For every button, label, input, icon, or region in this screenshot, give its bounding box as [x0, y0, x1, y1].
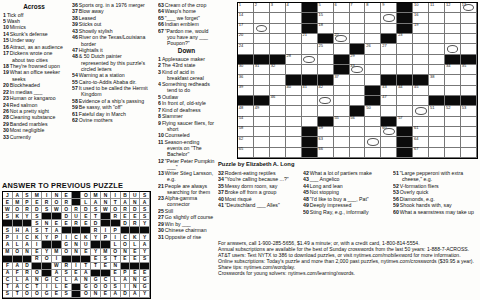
- answer-letter-cell-r5c10: D: [91, 220, 101, 227]
- grid-cell-r5c9[interactable]: 26: [365, 44, 381, 54]
- grid-cell-r3c15[interactable]: [461, 24, 477, 34]
- grid-cell-r5c5[interactable]: [302, 44, 318, 54]
- grid-cell-r2c10[interactable]: [381, 13, 397, 23]
- grid-cell-r1c4[interactable]: 4: [286, 3, 302, 13]
- grid-cell-r11c12[interactable]: [413, 106, 429, 116]
- grid-cell-r6c5[interactable]: [302, 55, 318, 65]
- grid-cell-r14c4[interactable]: [286, 137, 302, 147]
- grid-cell-r2c9[interactable]: [365, 13, 381, 23]
- grid-cell-r13c3[interactable]: [270, 127, 286, 137]
- clue-column-across-down: 63Cream of the crop64Wasp's home65"___ w…: [158, 2, 215, 299]
- grid-cell-r13c13[interactable]: [429, 127, 445, 137]
- answer-black-cell-r5c3: [23, 220, 33, 227]
- answer-letter-cell-r6c5: T: [42, 227, 52, 234]
- cell-number-64: 64: [414, 137, 418, 142]
- answer-letter-cell-r4c10: T: [91, 213, 101, 220]
- grid-cell-r7c6[interactable]: [318, 65, 334, 75]
- grid-cell-r12c8[interactable]: 56: [350, 117, 366, 127]
- grid-cell-r11c2[interactable]: 49: [254, 106, 270, 116]
- grid-cell-r11c5[interactable]: [302, 106, 318, 116]
- crossword-grid[interactable]: 1234567891011121314151617181920212223242…: [237, 2, 478, 159]
- grid-cell-r9c5[interactable]: 41: [302, 86, 318, 96]
- answer-letter-cell-r14c12: S: [111, 284, 121, 291]
- grid-cell-r10c6[interactable]: [318, 96, 334, 106]
- grid-cell-r4c15[interactable]: [461, 34, 477, 44]
- answer-letter-cell-r7c3: C: [23, 234, 33, 241]
- cell-number-31: 31: [255, 64, 259, 69]
- cell-number-5: 5: [318, 3, 320, 8]
- answer-letter-cell-r1c1: J: [3, 192, 13, 199]
- clue-20: 20Blockheaded: [3, 82, 65, 88]
- fine-print-block: For answers, call 1-900-285-5656, $1.49 …: [218, 240, 479, 276]
- answer-letter-cell-r8c9: U: [81, 241, 91, 248]
- cell-number-52: 52: [446, 106, 450, 111]
- clue-5: 5Outlaw: [158, 94, 215, 100]
- grid-cell-r10c7[interactable]: [334, 96, 350, 106]
- cell-number-4: 4: [287, 3, 289, 8]
- grid-cell-r1c15[interactable]: 13: [461, 3, 477, 13]
- grid-cell-r4c11[interactable]: 23: [397, 34, 413, 44]
- answer-letter-cell-r2c10: A: [91, 199, 101, 206]
- grid-cell-r15c6[interactable]: 66: [318, 148, 334, 158]
- grid-cell-r6c6[interactable]: [318, 55, 334, 65]
- clue-7: 7Kind of deafness: [158, 107, 215, 113]
- answer-black-cell-r4c6: [52, 213, 62, 220]
- grid-cell-r12c3[interactable]: [270, 117, 286, 127]
- answer-letter-cell-r8c3: A: [23, 241, 33, 248]
- cell-number-7: 7: [350, 3, 352, 8]
- grid-cell-r12c9[interactable]: [365, 117, 381, 127]
- answer-letter-cell-r2c6: O: [52, 199, 62, 206]
- answer-letter-cell-r1c14: U: [130, 192, 140, 199]
- answer-letter-cell-r6c12: P: [111, 227, 121, 234]
- answer-black-cell-r12c11: [101, 270, 111, 277]
- grid-cell-r3c3[interactable]: [270, 24, 286, 34]
- answer-letter-cell-r13c2: L: [13, 277, 23, 284]
- grid-cell-r12c15[interactable]: [461, 117, 477, 127]
- grid-cell-r13c2[interactable]: [254, 127, 270, 137]
- grid-cell-r11c10[interactable]: [381, 106, 397, 116]
- answer-letter-cell-r1c11: N: [101, 192, 111, 199]
- answer-letter-cell-r5c4: S: [32, 220, 42, 227]
- answer-letter-cell-r14c1: T: [3, 284, 13, 291]
- grid-cell-r2c4[interactable]: [286, 13, 302, 23]
- cell-number-51: 51: [430, 106, 434, 111]
- black-cell-r6c7: [334, 55, 350, 65]
- cell-number-57: 57: [398, 116, 402, 121]
- answer-letter-cell-r12c1: A: [3, 270, 13, 277]
- answer-letter-cell-r12c4: O: [32, 270, 42, 277]
- clue-12: 12"Peter Peter Pumpkin ___": [158, 158, 215, 170]
- grid-cell-r13c14[interactable]: [445, 127, 461, 137]
- answer-letter-cell-r1c6: N: [52, 192, 62, 199]
- clue-column-down-2: 32Rodent-eating reptiles34"You're callin…: [218, 170, 298, 238]
- grid-cell-r14c9[interactable]: [365, 137, 381, 147]
- grid-cell-r5c2[interactable]: [254, 44, 270, 54]
- grid-cell-r14c7[interactable]: [334, 137, 350, 147]
- grid-cell-r10c4[interactable]: [286, 96, 302, 106]
- grid-cell-r2c13[interactable]: [429, 13, 445, 23]
- grid-cell-r15c3[interactable]: [270, 148, 286, 158]
- answer-letter-cell-r6c10: R: [91, 227, 101, 234]
- circled-square-marker: [383, 128, 395, 136]
- grid-cell-r11c3[interactable]: [270, 106, 286, 116]
- grid-cell-r14c10[interactable]: [381, 137, 397, 147]
- grid-cell-r9c8[interactable]: [350, 86, 366, 96]
- grid-cell-r6c12[interactable]: [413, 55, 429, 65]
- grid-cell-r9c11[interactable]: 44: [397, 86, 413, 96]
- answer-black-cell-r10c3: [23, 256, 33, 263]
- grid-cell-r8c15[interactable]: [461, 75, 477, 85]
- answer-letter-cell-r7c14: K: [130, 234, 140, 241]
- cell-number-8: 8: [366, 3, 368, 8]
- grid-cell-r7c10[interactable]: [381, 65, 397, 75]
- grid-cell-r15c12[interactable]: 67: [413, 148, 429, 158]
- grid-cell-r11c9[interactable]: 50: [365, 106, 381, 116]
- answer-letter-cell-r14c4: T: [32, 284, 42, 291]
- grid-cell-r6c10[interactable]: [381, 55, 397, 65]
- grid-cell-r7c14[interactable]: 34: [445, 65, 461, 75]
- grid-cell-r1c14[interactable]: 12: [445, 3, 461, 13]
- grid-cell-r9c7[interactable]: [334, 86, 350, 96]
- clue-column-down-3: 42What a lot of partiers make43___ Angel…: [303, 170, 389, 238]
- answer-letter-cell-r4c4: S: [32, 213, 42, 220]
- grid-cell-r13c4[interactable]: [286, 127, 302, 137]
- grid-cell-r11c4[interactable]: [286, 106, 302, 116]
- answer-letter-cell-r8c15: A: [140, 241, 150, 248]
- grid-cell-r3c2[interactable]: [254, 24, 270, 34]
- answer-black-cell-r10c9: [81, 256, 91, 263]
- grid-cell-r4c8[interactable]: [350, 34, 366, 44]
- answer-black-cell-r10c7: [62, 256, 72, 263]
- grid-cell-r5c15[interactable]: [461, 44, 477, 54]
- clue-28: 28Cleaning substance: [3, 114, 65, 120]
- answer-letter-cell-r15c5: G: [42, 291, 52, 298]
- grid-cell-r8c3[interactable]: [270, 75, 286, 85]
- answer-letter-cell-r12c8: E: [72, 270, 82, 277]
- black-cell-r13c5: [302, 127, 318, 137]
- grid-cell-r10c8[interactable]: [350, 96, 366, 106]
- answer-letter-cell-r7c15: Y: [140, 234, 150, 241]
- grid-cell-r2c7[interactable]: [334, 13, 350, 23]
- grid-cell-r7c11[interactable]: [397, 65, 413, 75]
- grid-cell-r9c6[interactable]: 42: [318, 86, 334, 96]
- black-cell-r15c5: [302, 148, 318, 158]
- grid-cell-r15c15[interactable]: [461, 148, 477, 158]
- grid-cell-r14c8[interactable]: [350, 137, 366, 147]
- grid-cell-r13c10[interactable]: 60: [381, 127, 397, 137]
- grid-cell-r4c5[interactable]: 21: [302, 34, 318, 44]
- answer-letter-cell-r3c2: O: [13, 206, 23, 213]
- grid-cell-r3c10[interactable]: [381, 24, 397, 34]
- answer-letter-cell-r14c6: L: [52, 284, 62, 291]
- grid-cell-r13c7[interactable]: [334, 127, 350, 137]
- grid-cell-r14c13[interactable]: [429, 137, 445, 147]
- grid-cell-r9c2[interactable]: [254, 86, 270, 96]
- answer-letter-cell-r6c4: S: [32, 227, 42, 234]
- grid-cell-r1c2[interactable]: 2: [254, 3, 270, 13]
- grid-cell-r3c8[interactable]: [350, 24, 366, 34]
- grid-cell-r9c4[interactable]: 40: [286, 86, 302, 96]
- answer-letter-cell-r7c6: P: [52, 234, 62, 241]
- grid-cell-r3c12[interactable]: 19: [413, 24, 429, 34]
- answer-letter-cell-r13c6: C: [52, 277, 62, 284]
- grid-cell-r4c3[interactable]: [270, 34, 286, 44]
- clue-9: 9Flying saucer fliers, for short: [158, 120, 215, 132]
- grid-cell-r8c8[interactable]: [350, 75, 366, 85]
- grid-cell-r10c11[interactable]: [397, 96, 413, 106]
- grid-cell-r14c3[interactable]: [270, 137, 286, 147]
- answer-black-cell-r12c5: [42, 270, 52, 277]
- circled-square-marker: [351, 66, 363, 74]
- clue-50: 50Sting Ray, e.g., informally: [303, 209, 389, 215]
- grid-cell-r1c3[interactable]: 3: [270, 3, 286, 13]
- grid-cell-r8c14[interactable]: [445, 75, 461, 85]
- clue-27: 27Go slightly off course: [158, 214, 215, 220]
- answer-letter-cell-r4c3: Y: [23, 213, 33, 220]
- clue-29: 29Banded marbles: [3, 121, 65, 127]
- answer-letter-cell-r13c13: A: [121, 277, 131, 284]
- grid-cell-r14c14[interactable]: [445, 137, 461, 147]
- clue-16: 16Attract, as an audience: [3, 44, 65, 50]
- grid-cell-r5c1[interactable]: 24: [238, 44, 254, 54]
- grid-cell-r4c14[interactable]: [445, 34, 461, 44]
- grid-cell-r10c12[interactable]: [413, 96, 429, 106]
- clue-4: 4Something redheads tend to do: [158, 81, 215, 93]
- answer-letter-cell-r13c11: C: [101, 277, 111, 284]
- cell-number-54: 54: [239, 116, 243, 121]
- grid-cell-r3c9[interactable]: [365, 24, 381, 34]
- grid-cell-r12c11[interactable]: 57: [397, 117, 413, 127]
- grid-cell-r1c7[interactable]: 6: [334, 3, 350, 13]
- cell-number-35: 35: [462, 64, 466, 69]
- grid-cell-r4c13[interactable]: [429, 34, 445, 44]
- cell-number-23: 23: [398, 33, 402, 38]
- answer-letter-cell-r12c12: E: [111, 270, 121, 277]
- answer-letter-cell-r12c3: R: [23, 270, 33, 277]
- grid-cell-r11c13[interactable]: 51: [429, 106, 445, 116]
- clue-30: 30Most negligible: [3, 127, 65, 133]
- clue-39: 39Sticks out: [72, 21, 150, 27]
- black-cell-r2c5: [302, 13, 318, 23]
- grid-cell-r5c14[interactable]: [445, 44, 461, 54]
- grid-cell-r15c1[interactable]: 65: [238, 148, 254, 158]
- clue-49: 49Deeply impressed: [303, 202, 389, 208]
- grid-cell-r5c3[interactable]: [270, 44, 286, 54]
- grid-cell-r12c14[interactable]: [445, 117, 461, 127]
- answer-letter-cell-r4c13: E: [121, 213, 131, 220]
- cell-number-29: 29: [350, 54, 354, 59]
- grid-cell-r6c11[interactable]: [397, 55, 413, 65]
- grid-cell-r11c6[interactable]: [318, 106, 334, 116]
- cell-number-56: 56: [350, 116, 354, 121]
- grid-cell-r7c9[interactable]: [365, 65, 381, 75]
- answer-letter-cell-r2c5: R: [42, 199, 52, 206]
- grid-cell-r7c3[interactable]: 32: [270, 65, 286, 75]
- grid-cell-r15c10[interactable]: [381, 148, 397, 158]
- cell-number-17: 17: [239, 23, 243, 28]
- grid-cell-r1c8[interactable]: 7: [350, 3, 366, 13]
- grid-cell-r12c4[interactable]: [286, 117, 302, 127]
- cell-number-2: 2: [255, 3, 257, 8]
- answer-black-cell-r6c15: [140, 227, 150, 234]
- clue-1: 1Tick off: [3, 12, 65, 18]
- grid-cell-r4c4[interactable]: [286, 34, 302, 44]
- clue-48: 48"I'd like to buy a ___, Pat": [303, 196, 389, 202]
- answer-letter-cell-r3c7: O: [62, 206, 72, 213]
- answer-letter-cell-r9c13: N: [121, 249, 131, 256]
- grid-cell-r15c4[interactable]: [286, 148, 302, 158]
- grid-cell-r9c1[interactable]: 39: [238, 86, 254, 96]
- answer-letter-cell-r15c4: O: [32, 291, 42, 298]
- grid-cell-r8c7[interactable]: 37: [334, 75, 350, 85]
- fine-print-line-6: Crosswords for young solvers: nytimes.co…: [218, 270, 479, 276]
- grid-cell-r1c13[interactable]: 11: [429, 3, 445, 13]
- grid-cell-r1c10[interactable]: 9: [381, 3, 397, 13]
- grid-cell-r8c2[interactable]: [254, 75, 270, 85]
- black-cell-r13c11: [397, 127, 413, 137]
- grid-cell-r7c12[interactable]: [413, 65, 429, 75]
- grid-cell-r4c2[interactable]: [254, 34, 270, 44]
- answer-letter-cell-r13c5: G: [42, 277, 52, 284]
- answer-letter-cell-r15c2: T: [13, 291, 23, 298]
- grid-cell-r3c14[interactable]: [445, 24, 461, 34]
- clue-3: 3Kind of acid in breakfast cereal: [158, 69, 215, 81]
- grid-cell-r5c7[interactable]: [334, 44, 350, 54]
- answer-letter-cell-r12c9: A: [81, 270, 91, 277]
- grid-cell-r15c14[interactable]: [445, 148, 461, 158]
- black-cell-r1c11: [397, 3, 413, 13]
- grid-cell-r7c8[interactable]: 33: [350, 65, 366, 75]
- grid-cell-r2c3[interactable]: [270, 13, 286, 23]
- grid-cell-r2c15[interactable]: [461, 13, 477, 23]
- grid-cell-r9c15[interactable]: [461, 86, 477, 96]
- cell-number-32: 32: [271, 64, 275, 69]
- grid-cell-r7c4[interactable]: [286, 65, 302, 75]
- grid-cell-r7c2[interactable]: 31: [254, 65, 270, 75]
- answer-letter-cell-r5c9: E: [81, 220, 91, 227]
- grid-cell-r3c13[interactable]: [429, 24, 445, 34]
- grid-cell-r10c10[interactable]: 47: [381, 96, 397, 106]
- clue-65: 65"___ we forget": [158, 15, 215, 21]
- grid-cell-r15c9[interactable]: [365, 148, 381, 158]
- answer-black-cell-r11c5: [42, 263, 52, 270]
- grid-cell-r12c2[interactable]: [254, 117, 270, 127]
- grid-cell-r15c13[interactable]: [429, 148, 445, 158]
- answer-black-cell-r10c1: [3, 256, 13, 263]
- grid-cell-r1c9[interactable]: 8: [365, 3, 381, 13]
- grid-cell-r6c9[interactable]: [365, 55, 381, 65]
- answer-letter-cell-r5c6: E: [52, 220, 62, 227]
- grid-cell-r2c8[interactable]: [350, 13, 366, 23]
- answer-letter-cell-r1c2: A: [13, 192, 23, 199]
- answer-letter-cell-r8c2: L: [13, 241, 23, 248]
- grid-cell-r5c13[interactable]: [429, 44, 445, 54]
- answer-letter-cell-r4c12: R: [111, 213, 121, 220]
- grid-cell-r9c13[interactable]: [429, 86, 445, 96]
- answer-letter-cell-r10c12: T: [111, 256, 121, 263]
- answer-letter-cell-r14c7: E: [62, 284, 72, 291]
- clue-22: 22In medias ___: [3, 89, 65, 95]
- answer-letter-cell-r10c10: E: [91, 256, 101, 263]
- grid-cell-r13c15[interactable]: [461, 127, 477, 137]
- grid-cell-r5c12[interactable]: [413, 44, 429, 54]
- answer-letter-cell-r7c10: Y: [91, 234, 101, 241]
- grid-cell-r15c2[interactable]: [254, 148, 270, 158]
- grid-cell-r15c7[interactable]: [334, 148, 350, 158]
- black-cell-r14c5: [302, 137, 318, 147]
- circled-square-marker: [463, 4, 475, 12]
- clue-1: 1Applesauce maker: [158, 56, 215, 62]
- grid-cell-r8c9[interactable]: [365, 75, 381, 85]
- clue-list-header-down: Down: [158, 47, 215, 54]
- answer-letter-cell-r5c15: Y: [140, 220, 150, 227]
- answer-letter-cell-r12c2: F: [13, 270, 23, 277]
- answer-letter-cell-r6c1: S: [3, 227, 13, 234]
- grid-cell-r12c5[interactable]: [302, 117, 318, 127]
- grid-cell-r6c13[interactable]: [429, 55, 445, 65]
- grid-cell-r6c4[interactable]: 28: [286, 55, 302, 65]
- grid-cell-r14c2[interactable]: [254, 137, 270, 147]
- grid-cell-r7c5[interactable]: [302, 65, 318, 75]
- grid-cell-r9c12[interactable]: 45: [413, 86, 429, 96]
- cell-number-65: 65: [239, 147, 243, 152]
- clue-61: 61Fateful day in March: [72, 111, 150, 117]
- grid-cell-r15c8[interactable]: [350, 148, 366, 158]
- grid-cell-r10c5[interactable]: [302, 96, 318, 106]
- answer-letter-cell-r2c14: N: [130, 199, 140, 206]
- grid-cell-r8c13[interactable]: 38: [429, 75, 445, 85]
- grid-cell-r13c8[interactable]: [350, 127, 366, 137]
- clue-26: 26Not a pretty sight: [3, 108, 65, 114]
- answer-letter-cell-r13c4: N: [32, 277, 42, 284]
- answer-letter-cell-r3c15: S: [140, 206, 150, 213]
- answer-black-cell-r4c5: [42, 213, 52, 220]
- answer-letter-cell-r14c14: N: [130, 284, 140, 291]
- grid-cell-r14c15[interactable]: [461, 137, 477, 147]
- grid-cell-r5c11[interactable]: [397, 44, 413, 54]
- grid-cell-r12c13[interactable]: [429, 117, 445, 127]
- grid-cell-r2c14[interactable]: [445, 13, 461, 23]
- grid-cell-r11c14[interactable]: 52: [445, 106, 461, 116]
- circled-square-marker: [335, 35, 347, 43]
- grid-cell-r10c3[interactable]: 46: [270, 96, 286, 106]
- answer-letter-cell-r3c1: W: [3, 206, 13, 213]
- grid-cell-r2c2[interactable]: [254, 13, 270, 23]
- clue-19: 19What an office seeker seeks: [3, 69, 65, 81]
- clue-33: 33Currently: [3, 134, 65, 140]
- grid-cell-r5c6[interactable]: 25: [318, 44, 334, 54]
- clue-60: 60What a seamstress may take up: [393, 209, 478, 215]
- grid-cell-r7c15[interactable]: 35: [461, 65, 477, 75]
- grid-cell-r3c4[interactable]: [286, 24, 302, 34]
- clue-8: 8Slammer: [158, 113, 215, 119]
- grid-cell-r5c10[interactable]: 27: [381, 44, 397, 54]
- grid-cell-r3c6[interactable]: 18: [318, 24, 334, 34]
- answer-black-cell-r15c8: [72, 291, 82, 298]
- answer-letter-cell-r8c7: G: [62, 241, 72, 248]
- grid-cell-r4c12[interactable]: [413, 34, 429, 44]
- grid-cell-r13c9[interactable]: [365, 127, 381, 137]
- grid-cell-r11c15[interactable]: 53: [461, 106, 477, 116]
- answer-letter-cell-r1c7: E: [62, 192, 72, 199]
- grid-cell-r9c14[interactable]: [445, 86, 461, 96]
- grid-cell-r4c7[interactable]: 22: [334, 34, 350, 44]
- answer-letter-cell-r3c13: R: [121, 206, 131, 213]
- answer-letter-cell-r14c15: G: [140, 284, 150, 291]
- answer-letter-cell-r7c1: P: [3, 234, 13, 241]
- grid-cell-r12c7[interactable]: 55: [334, 117, 350, 127]
